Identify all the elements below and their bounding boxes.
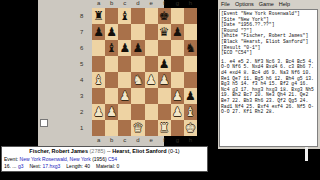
- chess-app-window: ♜♝♚♟♟♛♟♝♟♟♞♟♝♞♟♟♟♟♟♟♟♟♝♛♜♚ aabbccddeeffg…: [0, 0, 320, 180]
- square-d4[interactable]: ♞: [131, 72, 144, 88]
- event-link[interactable]: New York Rosenwald, New York: [20, 156, 91, 162]
- square-e1[interactable]: [145, 120, 158, 136]
- square-a4[interactable]: ♝: [92, 72, 105, 88]
- square-b5[interactable]: [105, 56, 118, 72]
- rank-label-5: 5: [80, 61, 90, 67]
- square-e8[interactable]: [145, 8, 158, 24]
- black-pawn[interactable]: ♟: [172, 24, 183, 40]
- file-label-b: b: [105, 0, 118, 6]
- rank-label-4: 4: [80, 77, 90, 83]
- board-option-checkbox[interactable]: [40, 119, 48, 127]
- pgn-text-area[interactable]: [Event "New York Rosenwald"][Site "New Y…: [219, 9, 318, 147]
- square-a6[interactable]: [92, 40, 105, 56]
- square-h6[interactable]: ♞: [184, 40, 197, 56]
- square-d6[interactable]: ♟: [131, 40, 144, 56]
- file-label-c: c: [118, 137, 131, 143]
- file-label-g: g: [171, 0, 184, 6]
- square-f8[interactable]: ♚: [158, 8, 171, 24]
- menu-help[interactable]: Help: [279, 1, 290, 9]
- pgn-header-tags: [Event "New York Rosenwald"][Site "New Y…: [221, 11, 316, 56]
- square-d3[interactable]: [131, 88, 144, 104]
- square-b2[interactable]: ♟: [105, 104, 118, 120]
- chess-board[interactable]: ♜♝♚♟♟♛♟♝♟♟♞♟♝♞♟♟♟♟♟♟♟♟♝♛♜♚: [92, 8, 197, 136]
- move-status-line: 16. ... g3 Next: 17.hxg3 Length: 40 Mate…: [4, 163, 205, 169]
- file-label-f: f: [158, 0, 171, 6]
- square-d7[interactable]: [131, 24, 144, 40]
- menu-file[interactable]: File: [221, 1, 230, 9]
- menu-options[interactable]: Options: [235, 1, 254, 9]
- white-rook[interactable]: ♜: [159, 120, 170, 136]
- game-result: (0-1): [168, 148, 180, 154]
- square-f4[interactable]: ♟: [158, 72, 171, 88]
- square-c8[interactable]: ♝: [118, 8, 131, 24]
- board-panel: ♜♝♚♟♟♛♟♝♟♟♞♟♝♞♟♟♟♟♟♟♟♟♝♛♜♚ aabbccddeeffg…: [38, 0, 164, 147]
- square-c6[interactable]: ♟: [118, 40, 131, 56]
- square-b8[interactable]: [105, 8, 118, 24]
- square-e5[interactable]: [145, 56, 158, 72]
- square-e6[interactable]: [145, 40, 158, 56]
- square-g5[interactable]: [171, 56, 184, 72]
- players-separator: --: [107, 148, 111, 154]
- pgn-tag: [Black "Hearst, Eliot Sanford"]: [221, 39, 316, 45]
- square-b4[interactable]: [105, 72, 118, 88]
- square-a7[interactable]: ♟: [92, 24, 105, 40]
- square-h5[interactable]: [184, 56, 197, 72]
- square-e7[interactable]: [145, 24, 158, 40]
- square-b6[interactable]: ♝: [105, 40, 118, 56]
- eco-code[interactable]: C54: [108, 156, 117, 162]
- square-a3[interactable]: [92, 88, 105, 104]
- black-king[interactable]: ♚: [159, 8, 170, 24]
- menu-game[interactable]: Game: [259, 1, 274, 9]
- square-h4[interactable]: [184, 72, 197, 88]
- white-pawn[interactable]: ♟: [159, 72, 170, 88]
- black-pawn[interactable]: ♟: [93, 24, 104, 40]
- square-h7[interactable]: [184, 24, 197, 40]
- square-e4[interactable]: ♟: [145, 72, 158, 88]
- black-queen[interactable]: ♛: [159, 24, 170, 40]
- square-h3[interactable]: ♟: [184, 88, 197, 104]
- material-balance: Material: 0: [96, 163, 119, 169]
- square-g6[interactable]: [171, 40, 184, 56]
- current-move[interactable]: g3: [18, 163, 24, 169]
- square-d5[interactable]: [131, 56, 144, 72]
- event-label: Event:: [4, 156, 18, 162]
- black-player-name: Hearst, Eliot Sanford: [112, 148, 166, 154]
- players-line: Fischer, Robert James (2785) -- Hearst, …: [4, 148, 205, 154]
- square-b1[interactable]: [105, 120, 118, 136]
- game-status-box: Fischer, Robert James (2785) -- Hearst, …: [1, 146, 208, 172]
- white-player-name: Fischer, Robert James: [29, 148, 88, 154]
- white-pawn[interactable]: ♟: [146, 72, 157, 88]
- file-label-d: d: [131, 137, 144, 143]
- white-elo: (2785): [90, 148, 106, 154]
- square-c5[interactable]: [118, 56, 131, 72]
- square-e3[interactable]: [145, 88, 158, 104]
- rank-label-6: 6: [80, 45, 90, 51]
- square-f7[interactable]: ♛: [158, 24, 171, 40]
- square-a5[interactable]: [92, 56, 105, 72]
- square-a8[interactable]: ♜: [92, 8, 105, 24]
- black-rook[interactable]: ♜: [93, 8, 104, 24]
- next-move-label: Next:: [29, 163, 41, 169]
- black-pawn[interactable]: ♟: [133, 40, 144, 56]
- black-bishop[interactable]: ♝: [106, 40, 117, 56]
- next-move[interactable]: 17.hxg3: [43, 163, 61, 169]
- square-a1[interactable]: [92, 120, 105, 136]
- white-pawn[interactable]: ♟: [172, 104, 183, 120]
- file-label-e: e: [145, 0, 158, 6]
- square-f5[interactable]: ♟: [158, 56, 171, 72]
- black-pawn[interactable]: ♟: [106, 24, 117, 40]
- square-c3[interactable]: ♟: [118, 88, 131, 104]
- menu-bar: FileOptionsGameHelp: [218, 0, 320, 9]
- square-c7[interactable]: [118, 24, 131, 40]
- square-b3[interactable]: [105, 88, 118, 104]
- event-line: Event: New York Rosenwald, New York (195…: [4, 156, 205, 162]
- white-knight[interactable]: ♞: [133, 72, 144, 88]
- square-b7[interactable]: ♟: [105, 24, 118, 40]
- square-d8[interactable]: [131, 8, 144, 24]
- square-g3[interactable]: ♟: [171, 88, 184, 104]
- white-king[interactable]: ♚: [185, 120, 196, 136]
- square-e2[interactable]: [145, 104, 158, 120]
- file-label-h: h: [184, 0, 197, 6]
- file-label-c: c: [118, 0, 131, 6]
- square-h1[interactable]: ♚: [184, 120, 197, 136]
- file-label-a: a: [92, 0, 105, 6]
- white-bishop[interactable]: ♝: [185, 104, 196, 120]
- square-f6[interactable]: [158, 40, 171, 56]
- black-knight[interactable]: ♞: [185, 40, 196, 56]
- square-a2[interactable]: ♟: [92, 104, 105, 120]
- scrollbar-sliver[interactable]: [305, 147, 308, 161]
- square-g7[interactable]: ♟: [171, 24, 184, 40]
- black-bishop[interactable]: ♝: [119, 8, 130, 24]
- black-pawn[interactable]: ♟: [159, 56, 170, 72]
- white-bishop[interactable]: ♝: [93, 72, 104, 88]
- black-pawn[interactable]: ♟: [119, 40, 130, 56]
- square-f1[interactable]: ♜: [158, 120, 171, 136]
- white-pawn[interactable]: ♟: [119, 88, 130, 104]
- event-year: (1956): [92, 156, 106, 162]
- rank-label-8: 8: [80, 13, 90, 19]
- square-f3[interactable]: [158, 88, 171, 104]
- white-pawn[interactable]: ♟: [172, 88, 183, 104]
- game-length: Length: 40: [66, 163, 90, 169]
- rank-label-7: 7: [80, 29, 90, 35]
- pgn-panel: FileOptionsGameHelp [Event "New York Ros…: [218, 0, 320, 149]
- square-d1[interactable]: ♛: [131, 120, 144, 136]
- black-pawn[interactable]: ♟: [185, 88, 196, 104]
- pgn-moves[interactable]: 1. e4 e5 2. Nf3 Nc6 3. Bc4 Bc5 4. O-O Nf…: [221, 59, 316, 115]
- file-label-g: g: [171, 137, 184, 143]
- rank-label-1: 1: [80, 125, 90, 131]
- current-move-prefix: 16. ...: [4, 163, 17, 169]
- square-g2[interactable]: ♟: [171, 104, 184, 120]
- file-label-f: f: [158, 137, 171, 143]
- file-label-h: h: [184, 137, 197, 143]
- white-queen[interactable]: ♛: [133, 120, 144, 136]
- file-label-b: b: [105, 137, 118, 143]
- square-c2[interactable]: [118, 104, 131, 120]
- square-d2[interactable]: [131, 104, 144, 120]
- pgn-tag: [ECO "C54"]: [221, 50, 316, 56]
- square-h2[interactable]: ♝: [184, 104, 197, 120]
- square-f2[interactable]: [158, 104, 171, 120]
- rank-label-2: 2: [80, 109, 90, 115]
- file-label-a: a: [92, 137, 105, 143]
- square-c1[interactable]: [118, 120, 131, 136]
- square-g1[interactable]: [171, 120, 184, 136]
- white-pawn[interactable]: ♟: [106, 104, 117, 120]
- square-g8[interactable]: [171, 8, 184, 24]
- white-pawn[interactable]: ♟: [93, 104, 104, 120]
- file-label-d: d: [131, 0, 144, 6]
- rank-label-3: 3: [80, 93, 90, 99]
- file-label-e: e: [145, 137, 158, 143]
- square-c4[interactable]: [118, 72, 131, 88]
- square-g4[interactable]: [171, 72, 184, 88]
- square-h8[interactable]: [184, 8, 197, 24]
